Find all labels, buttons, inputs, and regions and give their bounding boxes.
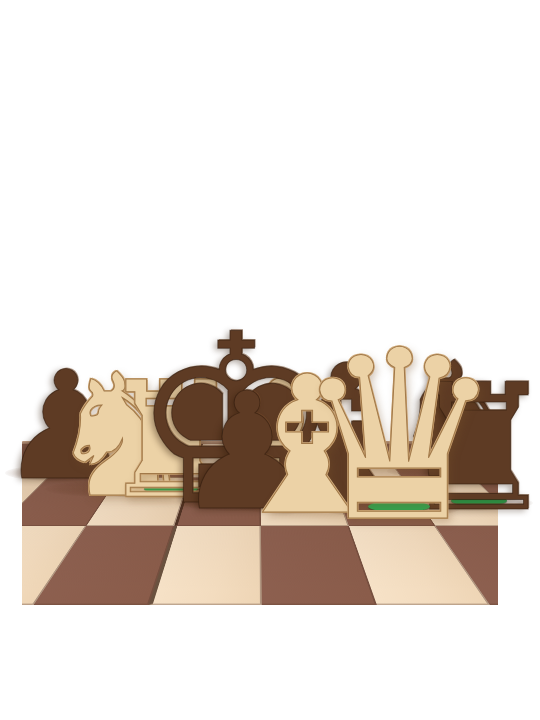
board-square: [190, 444, 261, 477]
board-square: [473, 477, 498, 526]
board-square: [376, 604, 498, 605]
board-square: [402, 477, 498, 526]
board-square: [320, 444, 402, 477]
photo-frame: [22, 95, 498, 605]
board-square: [331, 477, 435, 526]
chess-board-scene: [22, 444, 498, 605]
board-square: [174, 477, 261, 526]
board-square: [439, 444, 499, 477]
board-square: [490, 604, 498, 605]
chess-board-grid: [22, 444, 498, 605]
board-square: [379, 444, 473, 477]
product-photo-canvas: ♟♞♜♚♟♟♝♝♛♞♜: [0, 0, 540, 720]
board-square: [22, 604, 148, 605]
